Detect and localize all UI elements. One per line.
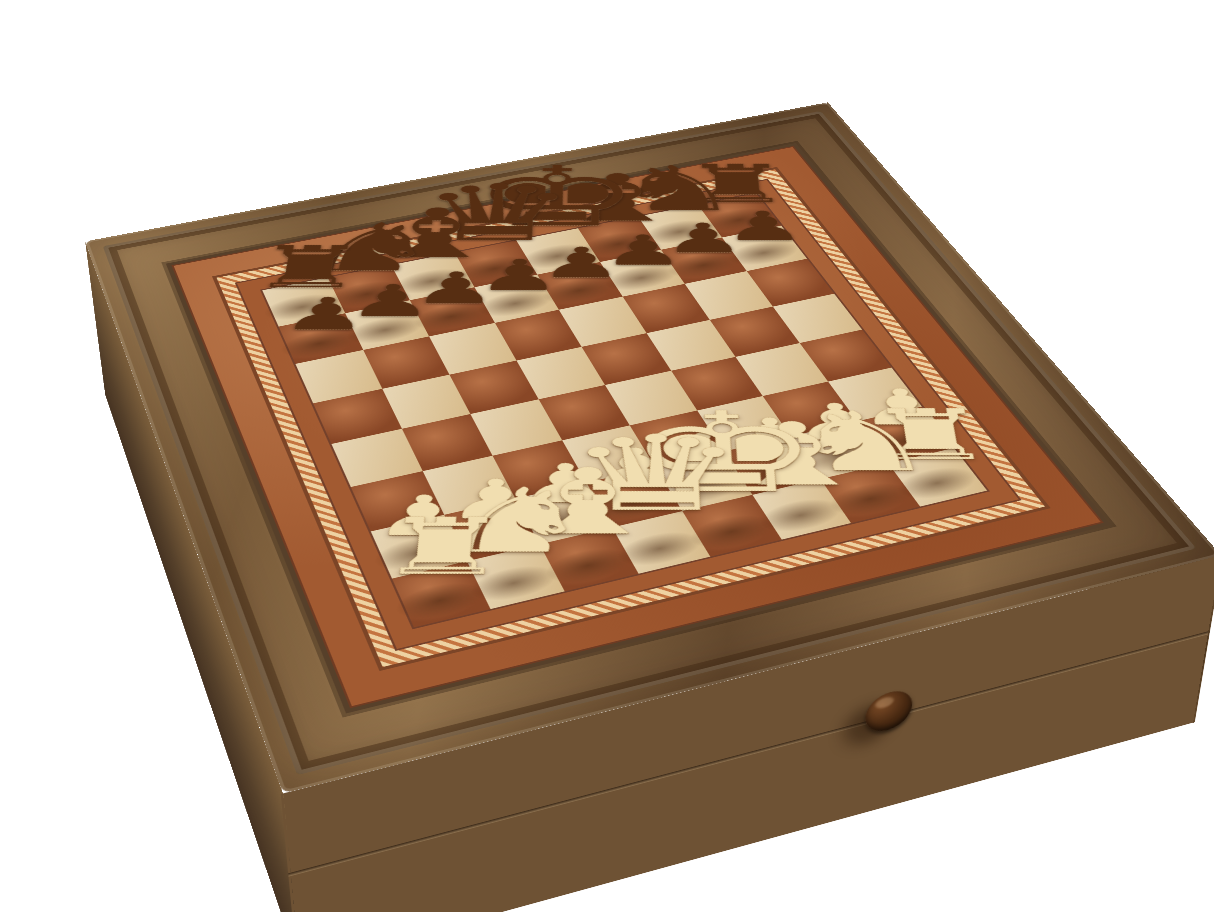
square-h1[interactable]: ♜ xyxy=(888,448,988,507)
piece-black-pawn-a7[interactable]: ♟ xyxy=(280,294,372,334)
square-c1[interactable]: ♝ xyxy=(539,527,638,591)
square-e1[interactable]: ♚ xyxy=(682,495,781,557)
piece-white-knight-b1[interactable]: ♞ xyxy=(437,481,593,561)
piece-shadow xyxy=(683,510,779,555)
piece-shadow xyxy=(656,466,749,509)
square-a1[interactable]: ♜ xyxy=(392,561,490,627)
square-g1[interactable]: ♞ xyxy=(820,463,919,523)
piece-shadow xyxy=(586,482,680,526)
piece-shadow xyxy=(539,543,636,590)
drawer-knob[interactable] xyxy=(864,686,914,736)
piece-shadow xyxy=(390,577,488,625)
piece-shadow xyxy=(465,560,562,608)
piece-shadow xyxy=(890,462,984,505)
square-d1[interactable]: ♛ xyxy=(611,511,710,574)
square-a4[interactable] xyxy=(331,429,422,487)
piece-shadow xyxy=(612,526,708,572)
square-b2[interactable]: ♟ xyxy=(444,499,540,561)
photo-canvas: ♜♞♝♛♚♝♞♜♟♟♟♟♟♟♟♟♟♟♟♟♟♟♟♟♜♞♝♛♚♝♞♜ xyxy=(0,0,1214,912)
chess-chest: ♜♞♝♛♚♝♞♜♟♟♟♟♟♟♟♟♟♟♟♟♟♟♟♟♜♞♝♛♚♝♞♜ xyxy=(85,102,1214,793)
perspective-stage: ♜♞♝♛♚♝♞♜♟♟♟♟♟♟♟♟♟♟♟♟♟♟♟♟♜♞♝♛♚♝♞♜ xyxy=(0,0,1214,912)
piece-shadow xyxy=(515,498,609,543)
piece-white-rook-a1[interactable]: ♜ xyxy=(375,512,513,582)
